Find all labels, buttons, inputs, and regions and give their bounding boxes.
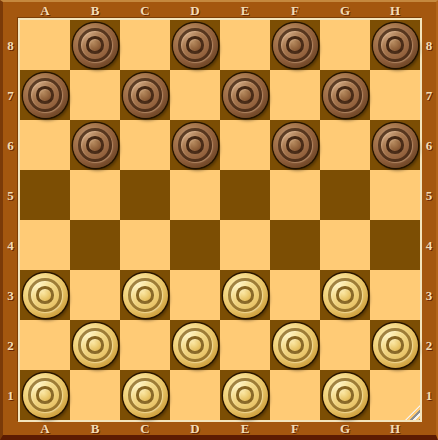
file-labels-bottom: ABCDEFGH [18,422,422,435]
light-piece-a3[interactable] [23,273,68,318]
square-c6[interactable] [120,120,170,170]
square-h6[interactable] [370,120,420,170]
square-e6[interactable] [220,120,270,170]
square-b1[interactable] [70,370,120,420]
square-g5[interactable] [320,170,370,220]
square-d6[interactable] [170,120,220,170]
dark-piece-b8[interactable] [73,23,118,68]
square-e3[interactable] [220,270,270,320]
square-d5[interactable] [170,170,220,220]
square-d3[interactable] [170,270,220,320]
file-label-top-c: C [140,4,149,17]
square-a5[interactable] [20,170,70,220]
square-b8[interactable] [70,20,120,70]
square-a7[interactable] [20,70,70,120]
square-f6[interactable] [270,120,320,170]
checkers-window: ABCDEFGH 87654321 87654321 ABCDEFGH [0,0,438,440]
square-d4[interactable] [170,220,220,270]
rank-label-right-2: 2 [426,339,433,352]
square-g7[interactable] [320,70,370,120]
file-label-bottom-b: B [91,422,100,435]
rank-label-right-7: 7 [426,89,433,102]
square-b3[interactable] [70,270,120,320]
file-label-bottom-d: D [190,422,199,435]
dark-piece-e7[interactable] [223,73,268,118]
light-piece-e1[interactable] [223,373,268,418]
square-h3[interactable] [370,270,420,320]
square-a1[interactable] [20,370,70,420]
rank-label-left-1: 1 [7,389,14,402]
square-h7[interactable] [370,70,420,120]
square-e8[interactable] [220,20,270,70]
light-piece-g3[interactable] [323,273,368,318]
file-label-top-a: A [40,4,49,17]
light-piece-h2[interactable] [373,323,418,368]
square-d1[interactable] [170,370,220,420]
file-label-top-h: H [390,4,400,17]
square-g1[interactable] [320,370,370,420]
square-a8[interactable] [20,20,70,70]
square-c7[interactable] [120,70,170,120]
file-label-top-f: F [291,4,299,17]
square-f7[interactable] [270,70,320,120]
square-g6[interactable] [320,120,370,170]
rank-labels-left: 87654321 [3,18,18,422]
board-frame [18,18,422,422]
square-e2[interactable] [220,320,270,370]
dark-piece-h8[interactable] [373,23,418,68]
file-label-bottom-c: C [140,422,149,435]
square-e7[interactable] [220,70,270,120]
square-a3[interactable] [20,270,70,320]
square-b7[interactable] [70,70,120,120]
light-piece-c1[interactable] [123,373,168,418]
checkers-board [20,20,420,420]
square-c1[interactable] [120,370,170,420]
square-c4[interactable] [120,220,170,270]
rank-label-right-6: 6 [426,139,433,152]
square-g4[interactable] [320,220,370,270]
square-f3[interactable] [270,270,320,320]
dark-piece-f6[interactable] [273,123,318,168]
rank-label-left-6: 6 [7,139,14,152]
square-d8[interactable] [170,20,220,70]
square-f8[interactable] [270,20,320,70]
light-piece-c3[interactable] [123,273,168,318]
file-label-bottom-e: E [241,422,250,435]
rank-label-right-8: 8 [426,39,433,52]
square-h5[interactable] [370,170,420,220]
square-h8[interactable] [370,20,420,70]
square-c8[interactable] [120,20,170,70]
light-piece-f2[interactable] [273,323,318,368]
square-f4[interactable] [270,220,320,270]
dark-piece-b6[interactable] [73,123,118,168]
square-c2[interactable] [120,320,170,370]
file-label-top-b: B [91,4,100,17]
rank-label-right-3: 3 [426,289,433,302]
square-d7[interactable] [170,70,220,120]
square-b6[interactable] [70,120,120,170]
rank-label-left-5: 5 [7,189,14,202]
light-piece-e3[interactable] [223,273,268,318]
file-label-top-g: G [340,4,350,17]
file-label-bottom-h: H [390,422,400,435]
square-e1[interactable] [220,370,270,420]
light-piece-b2[interactable] [73,323,118,368]
square-c3[interactable] [120,270,170,320]
dark-piece-a7[interactable] [23,73,68,118]
square-d2[interactable] [170,320,220,370]
file-label-top-d: D [190,4,199,17]
file-label-top-e: E [241,4,250,17]
dark-piece-d6[interactable] [173,123,218,168]
file-labels-top: ABCDEFGH [18,2,422,18]
dark-piece-h6[interactable] [373,123,418,168]
square-g3[interactable] [320,270,370,320]
square-b2[interactable] [70,320,120,370]
file-label-bottom-f: F [291,422,299,435]
rank-label-left-8: 8 [7,39,14,52]
square-e4[interactable] [220,220,270,270]
dark-piece-f8[interactable] [273,23,318,68]
file-label-bottom-g: G [340,422,350,435]
square-b5[interactable] [70,170,120,220]
file-label-bottom-a: A [40,422,49,435]
light-piece-d2[interactable] [173,323,218,368]
rank-label-left-3: 3 [7,289,14,302]
rank-label-left-7: 7 [7,89,14,102]
square-f5[interactable] [270,170,320,220]
square-f2[interactable] [270,320,320,370]
square-c5[interactable] [120,170,170,220]
square-a2[interactable] [20,320,70,370]
dark-piece-d8[interactable] [173,23,218,68]
square-b4[interactable] [70,220,120,270]
square-f1[interactable] [270,370,320,420]
square-a4[interactable] [20,220,70,270]
rank-label-left-2: 2 [7,339,14,352]
square-g8[interactable] [320,20,370,70]
rank-label-left-4: 4 [7,239,14,252]
square-h4[interactable] [370,220,420,270]
dark-piece-c7[interactable] [123,73,168,118]
light-piece-a1[interactable] [23,373,68,418]
square-g2[interactable] [320,320,370,370]
square-h2[interactable] [370,320,420,370]
rank-label-right-1: 1 [426,389,433,402]
dark-piece-g7[interactable] [323,73,368,118]
square-a6[interactable] [20,120,70,170]
square-e5[interactable] [220,170,270,220]
light-piece-g1[interactable] [323,373,368,418]
rank-label-right-4: 4 [426,239,433,252]
rank-label-right-5: 5 [426,189,433,202]
rank-labels-right: 87654321 [422,18,436,422]
